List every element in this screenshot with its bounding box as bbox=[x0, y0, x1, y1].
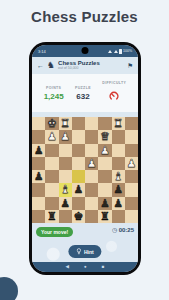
app-subtitle: out of 50,000 bbox=[58, 67, 100, 71]
android-nav-bar: ◀ ● ■ bbox=[32, 262, 138, 272]
white-bishop: ♝ bbox=[60, 184, 70, 195]
battery-icon bbox=[119, 49, 122, 54]
square-h6[interactable] bbox=[32, 183, 45, 196]
square-e2[interactable] bbox=[72, 130, 85, 143]
square-d2[interactable] bbox=[85, 130, 98, 143]
square-e3[interactable] bbox=[72, 144, 85, 157]
square-b3[interactable] bbox=[112, 144, 125, 157]
square-a2[interactable] bbox=[125, 130, 138, 143]
puzzle-value: 632 bbox=[76, 92, 89, 101]
status-bar: 3:14 100% bbox=[32, 45, 138, 57]
white-pawn: ♟ bbox=[87, 158, 97, 169]
chess-board: ♚♜♜♟♟♛♟♟♟♟♟♝♝♟♟♟♟♟♜♚♜ bbox=[32, 117, 138, 223]
square-h8[interactable] bbox=[32, 210, 45, 223]
hint-button[interactable]: Hint bbox=[68, 245, 101, 258]
camera-punch-hole bbox=[82, 47, 89, 54]
hint-label: Hint bbox=[84, 249, 94, 255]
difficulty-gauge-icon bbox=[109, 87, 119, 105]
square-e4[interactable] bbox=[72, 157, 85, 170]
square-h7[interactable] bbox=[32, 197, 45, 210]
square-f6[interactable]: ♝ bbox=[59, 183, 72, 196]
black-pawn: ♟ bbox=[113, 184, 123, 195]
square-a6[interactable] bbox=[125, 183, 138, 196]
square-g5[interactable] bbox=[45, 170, 58, 183]
square-h1[interactable] bbox=[32, 117, 45, 130]
square-f5[interactable] bbox=[59, 170, 72, 183]
wifi-icon bbox=[108, 50, 112, 53]
square-a5[interactable] bbox=[125, 170, 138, 183]
header-titles: Chess Puzzles out of 50,000 bbox=[58, 60, 100, 70]
square-a3[interactable] bbox=[125, 144, 138, 157]
square-d7[interactable] bbox=[85, 197, 98, 210]
square-f1[interactable]: ♜ bbox=[59, 117, 72, 130]
white-king: ♚ bbox=[47, 118, 57, 129]
signal-icon bbox=[114, 50, 118, 53]
black-pawn: ♟ bbox=[60, 198, 70, 209]
white-pawn: ♟ bbox=[100, 145, 110, 156]
square-g2[interactable]: ♟ bbox=[45, 130, 58, 143]
square-h4[interactable] bbox=[32, 157, 45, 170]
square-e6[interactable]: ♟ bbox=[72, 183, 85, 196]
nav-home-icon[interactable]: ● bbox=[84, 265, 87, 270]
nav-back-icon[interactable]: ◀ bbox=[66, 265, 69, 270]
white-pawn: ♟ bbox=[126, 158, 136, 169]
white-bishop: ♝ bbox=[113, 171, 123, 182]
points-value: 1,245 bbox=[44, 92, 64, 101]
square-g8[interactable]: ♜ bbox=[45, 210, 58, 223]
stat-puzzle: PUZZLE 632 bbox=[75, 86, 91, 101]
square-c2[interactable]: ♛ bbox=[98, 130, 111, 143]
square-e5[interactable] bbox=[72, 170, 85, 183]
lightbulb-icon bbox=[76, 248, 81, 256]
square-a8[interactable] bbox=[125, 210, 138, 223]
flag-icon[interactable]: ⚑ bbox=[127, 62, 133, 70]
difficulty-label: DIFFICULTY bbox=[102, 81, 126, 85]
square-d5[interactable] bbox=[85, 170, 98, 183]
black-pawn: ♟ bbox=[113, 198, 123, 209]
puzzle-timer: ◷ 00:25 bbox=[112, 227, 134, 233]
square-g7[interactable] bbox=[45, 197, 58, 210]
app-header: ← ♞ Chess Puzzles out of 50,000 ⚑ bbox=[32, 57, 138, 74]
square-g1[interactable]: ♚ bbox=[45, 117, 58, 130]
black-pawn: ♟ bbox=[34, 145, 44, 156]
square-b7[interactable]: ♟ bbox=[112, 197, 125, 210]
points-label: POINTS bbox=[46, 86, 61, 90]
square-g6[interactable] bbox=[45, 183, 58, 196]
black-rook: ♜ bbox=[100, 211, 110, 222]
square-e8[interactable]: ♚ bbox=[72, 210, 85, 223]
square-b5[interactable]: ♝ bbox=[112, 170, 125, 183]
square-d3[interactable] bbox=[85, 144, 98, 157]
square-f8[interactable] bbox=[59, 210, 72, 223]
square-f4[interactable] bbox=[59, 157, 72, 170]
phone-screen: 3:14 100% ← ♞ Chess Puzzles out of 50,00… bbox=[32, 45, 138, 272]
square-b2[interactable] bbox=[112, 130, 125, 143]
square-f3[interactable] bbox=[59, 144, 72, 157]
square-d4[interactable]: ♟ bbox=[85, 157, 98, 170]
square-b6[interactable]: ♟ bbox=[112, 183, 125, 196]
knight-icon: ♞ bbox=[47, 61, 55, 70]
decorative-puzzle-blob bbox=[0, 277, 18, 300]
white-rook: ♜ bbox=[113, 118, 123, 129]
square-c5[interactable] bbox=[98, 170, 111, 183]
square-e7[interactable] bbox=[72, 197, 85, 210]
square-c1[interactable] bbox=[98, 117, 111, 130]
battery-percent: 100% bbox=[123, 49, 132, 53]
square-a1[interactable] bbox=[125, 117, 138, 130]
square-f7[interactable]: ♟ bbox=[59, 197, 72, 210]
square-c7[interactable]: ♟ bbox=[98, 197, 111, 210]
square-c4[interactable] bbox=[98, 157, 111, 170]
black-pawn: ♟ bbox=[100, 198, 110, 209]
black-king: ♚ bbox=[73, 211, 83, 222]
square-c3[interactable]: ♟ bbox=[98, 144, 111, 157]
square-h3[interactable]: ♟ bbox=[32, 144, 45, 157]
white-rook: ♜ bbox=[60, 118, 70, 129]
nav-recents-icon[interactable]: ■ bbox=[102, 265, 105, 270]
page-title: Chess Puzzles bbox=[0, 8, 169, 25]
square-g4[interactable] bbox=[45, 157, 58, 170]
square-b1[interactable]: ♜ bbox=[112, 117, 125, 130]
square-c8[interactable]: ♜ bbox=[98, 210, 111, 223]
phone-frame: 3:14 100% ← ♞ Chess Puzzles out of 50,00… bbox=[29, 42, 141, 275]
status-icons: 100% bbox=[108, 49, 132, 54]
square-a4[interactable]: ♟ bbox=[125, 157, 138, 170]
square-d1[interactable] bbox=[85, 117, 98, 130]
puzzle-label: PUZZLE bbox=[75, 86, 91, 90]
square-h2[interactable] bbox=[32, 130, 45, 143]
lower-panel: Your move! ◷ 00:25 Hint bbox=[32, 223, 138, 262]
square-e1[interactable] bbox=[72, 117, 85, 130]
black-pawn: ♟ bbox=[73, 184, 83, 195]
square-d6[interactable] bbox=[85, 183, 98, 196]
square-d8[interactable] bbox=[85, 210, 98, 223]
square-g3[interactable] bbox=[45, 144, 58, 157]
black-pawn: ♟ bbox=[34, 171, 44, 182]
stats-row: POINTS 1,245 PUZZLE 632 DIFFICULTY bbox=[32, 74, 138, 112]
stat-difficulty: DIFFICULTY bbox=[102, 81, 126, 105]
square-b4[interactable] bbox=[112, 157, 125, 170]
timer-value: 00:25 bbox=[119, 227, 134, 233]
square-a7[interactable] bbox=[125, 197, 138, 210]
square-c6[interactable] bbox=[98, 183, 111, 196]
square-h5[interactable]: ♟ bbox=[32, 170, 45, 183]
square-b8[interactable] bbox=[112, 210, 125, 223]
white-pawn: ♟ bbox=[47, 131, 57, 142]
stat-points: POINTS 1,245 bbox=[44, 86, 64, 101]
white-queen: ♛ bbox=[100, 131, 110, 142]
your-move-badge: Your move! bbox=[36, 227, 73, 237]
black-rook: ♜ bbox=[47, 211, 57, 222]
clock-icon: ◷ bbox=[112, 227, 117, 233]
status-time: 3:14 bbox=[38, 49, 46, 54]
square-f2[interactable]: ♟ bbox=[59, 130, 72, 143]
white-pawn: ♟ bbox=[60, 131, 70, 142]
back-arrow-icon[interactable]: ← bbox=[37, 62, 44, 69]
